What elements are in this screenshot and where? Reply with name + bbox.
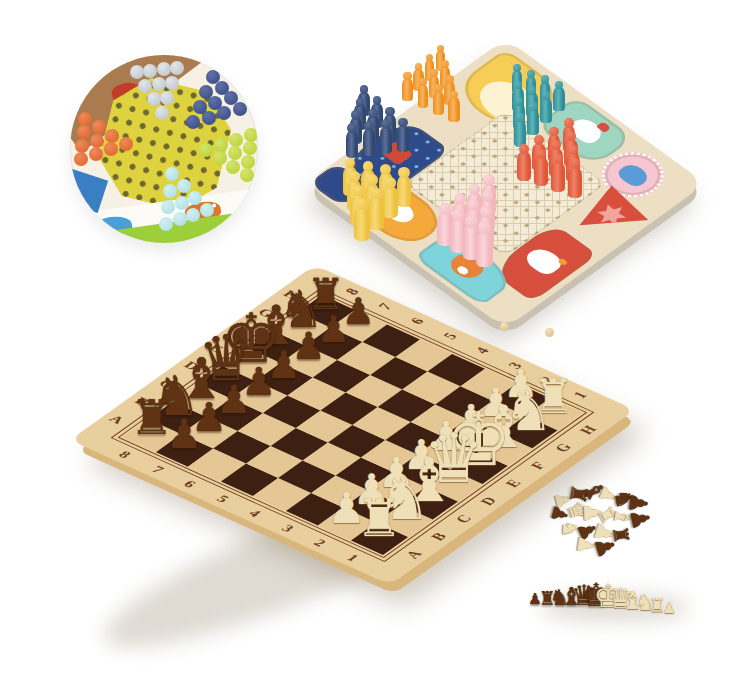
inset-peg-clusters	[70, 55, 258, 243]
inset-peg-gray[interactable]	[143, 64, 157, 78]
inset-peg-gray[interactable]	[130, 65, 144, 79]
inset-peg-lime[interactable]	[226, 160, 240, 174]
inset-peg-lime[interactable]	[213, 151, 227, 165]
inset-peg-orange[interactable]	[89, 147, 103, 161]
inset-peg-gray[interactable]	[165, 76, 179, 90]
inset-peg-orange[interactable]	[104, 142, 118, 156]
inset-peg-orange[interactable]	[77, 125, 91, 139]
inset-peg-lime[interactable]	[228, 146, 242, 160]
inset-peg-cyan[interactable]	[165, 167, 179, 181]
piece-dark-p-a7[interactable]: ♟	[164, 415, 204, 455]
inset-peg-lime[interactable]	[240, 168, 254, 182]
inset-peg-orange[interactable]	[92, 120, 106, 134]
inset-peg-gray[interactable]	[160, 91, 174, 105]
inset-peg-cyan[interactable]	[161, 200, 175, 214]
inset-peg-navy[interactable]	[202, 111, 216, 125]
inset-peg-lime[interactable]	[244, 128, 258, 142]
inset-peg-gray[interactable]	[170, 61, 184, 75]
inset-peg-lime[interactable]	[241, 155, 255, 169]
inset-peg-gray[interactable]	[138, 79, 152, 93]
inset-peg-gray[interactable]	[152, 77, 166, 91]
inset-peg-cyan[interactable]	[173, 212, 187, 226]
inset-peg-lime[interactable]	[214, 138, 228, 152]
inset-peg-orange[interactable]	[105, 129, 119, 143]
piece-light-r-a1[interactable]: ♜	[353, 493, 405, 545]
inset-peg-navy[interactable]	[186, 115, 200, 129]
inset-peg-cyan[interactable]	[188, 191, 202, 205]
inset-peg-orange[interactable]	[119, 137, 133, 151]
inset-peg-cyan[interactable]	[186, 208, 200, 222]
inset-peg-cyan[interactable]	[159, 217, 173, 231]
inset-peg-lime[interactable]	[229, 133, 243, 147]
inset-peg-cyan[interactable]	[177, 179, 191, 193]
inset-peg-cyan[interactable]	[163, 184, 177, 198]
inset-peg-lime[interactable]	[243, 141, 257, 155]
inset-peg-lime[interactable]	[199, 143, 213, 157]
inset-peg-orange[interactable]	[78, 112, 92, 126]
inset-peg-gray[interactable]	[157, 62, 171, 76]
inset-peg-gray[interactable]	[155, 106, 169, 120]
chinese-checkers-inset	[70, 55, 258, 243]
inset-peg-orange[interactable]	[90, 134, 104, 148]
inset-peg-orange[interactable]	[74, 152, 88, 166]
inset-peg-cyan[interactable]	[175, 196, 189, 210]
inset-peg-orange[interactable]	[75, 139, 89, 153]
inset-peg-gray[interactable]	[147, 92, 161, 106]
inset-peg-navy[interactable]	[233, 102, 247, 116]
product-photo-stage: 88AA77BB66CC55DD44EE33FF22GG11HH ♜♞♝♛♚♝♞…	[0, 0, 756, 678]
inset-peg-cyan[interactable]	[200, 203, 214, 217]
inset-peg-navy[interactable]	[217, 106, 231, 120]
